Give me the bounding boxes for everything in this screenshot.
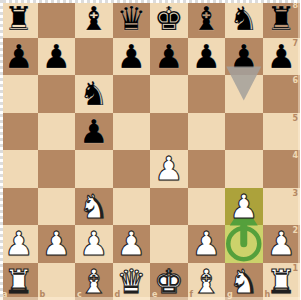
piece-white-pawn-f2[interactable]: ♟︎ (188, 225, 226, 263)
piece-white-bishop-f1[interactable]: ♝︎ (188, 263, 226, 300)
piece-black-pawn-c5[interactable]: ♟︎ (75, 113, 113, 151)
square-e3[interactable] (150, 188, 188, 226)
piece-black-knight-c6[interactable]: ♞︎ (75, 75, 113, 113)
square-h6[interactable]: 6 (263, 75, 301, 113)
square-h3[interactable]: 3 (263, 188, 301, 226)
square-e6[interactable] (150, 75, 188, 113)
piece-black-rook-a8[interactable]: ♜︎ (0, 0, 38, 38)
square-b1[interactable]: b (38, 263, 76, 300)
square-b4[interactable] (38, 150, 76, 188)
piece-black-pawn-a7[interactable]: ♟︎ (0, 38, 38, 76)
chess-app-stage: 8765432abcdefg1h ♜︎♝︎♛︎♚︎♝︎♞︎♜︎♟︎♟︎♟︎♟︎♟… (0, 0, 300, 300)
piece-white-queen-d1[interactable]: ♛︎ (113, 263, 151, 300)
square-f3[interactable] (188, 188, 226, 226)
piece-black-pawn-f7[interactable]: ♟︎ (188, 38, 226, 76)
square-g2[interactable] (225, 225, 263, 263)
square-a6[interactable] (0, 75, 38, 113)
piece-white-pawn-c2[interactable]: ♟︎ (75, 225, 113, 263)
rank-label-6: 6 (292, 77, 298, 85)
square-f6[interactable] (188, 75, 226, 113)
square-a5[interactable] (0, 113, 38, 151)
rank-label-4: 4 (292, 152, 298, 160)
square-g4[interactable] (225, 150, 263, 188)
square-e2[interactable] (150, 225, 188, 263)
piece-black-pawn-d7[interactable]: ♟︎ (113, 38, 151, 76)
square-d3[interactable] (113, 188, 151, 226)
rank-label-5: 5 (292, 115, 298, 123)
square-a3[interactable] (0, 188, 38, 226)
piece-white-pawn-e4[interactable]: ♟︎ (150, 150, 188, 188)
piece-white-bishop-c1[interactable]: ♝︎ (75, 263, 113, 300)
piece-black-knight-g8[interactable]: ♞︎ (225, 0, 263, 38)
square-g5[interactable] (225, 113, 263, 151)
square-d5[interactable] (113, 113, 151, 151)
piece-black-bishop-f8[interactable]: ♝︎ (188, 0, 226, 38)
square-b8[interactable] (38, 0, 76, 38)
piece-black-queen-d8[interactable]: ♛︎ (113, 0, 151, 38)
piece-white-pawn-a2[interactable]: ♟︎ (0, 225, 38, 263)
square-e5[interactable] (150, 113, 188, 151)
square-f4[interactable] (188, 150, 226, 188)
square-h5[interactable]: 5 (263, 113, 301, 151)
square-b3[interactable] (38, 188, 76, 226)
piece-white-rook-h1[interactable]: ♜︎ (263, 263, 301, 300)
piece-black-bishop-c8[interactable]: ♝︎ (75, 0, 113, 38)
square-d4[interactable] (113, 150, 151, 188)
rank-label-3: 3 (292, 190, 298, 198)
piece-white-pawn-h2[interactable]: ♟︎ (263, 225, 301, 263)
square-c4[interactable] (75, 150, 113, 188)
square-b5[interactable] (38, 113, 76, 151)
piece-black-pawn-e7[interactable]: ♟︎ (150, 38, 188, 76)
piece-black-king-e8[interactable]: ♚︎ (150, 0, 188, 38)
square-h4[interactable]: 4 (263, 150, 301, 188)
piece-white-pawn-g3[interactable]: ♟︎ (225, 188, 263, 226)
square-a4[interactable] (0, 150, 38, 188)
piece-black-pawn-b7[interactable]: ♟︎ (38, 38, 76, 76)
file-label-b: b (40, 291, 46, 299)
piece-black-pawn-h7[interactable]: ♟︎ (263, 38, 301, 76)
piece-black-pawn-g7[interactable]: ♟︎ (225, 38, 263, 76)
square-c7[interactable] (75, 38, 113, 76)
piece-white-rook-a1[interactable]: ♜︎ (0, 263, 38, 300)
square-d6[interactable] (113, 75, 151, 113)
square-f5[interactable] (188, 113, 226, 151)
piece-white-knight-g1[interactable]: ♞︎ (225, 263, 263, 300)
piece-white-knight-c3[interactable]: ♞︎ (75, 188, 113, 226)
piece-white-king-e1[interactable]: ♚︎ (150, 263, 188, 300)
piece-white-pawn-b2[interactable]: ♟︎ (38, 225, 76, 263)
piece-white-pawn-d2[interactable]: ♟︎ (113, 225, 151, 263)
square-g6[interactable] (225, 75, 263, 113)
square-b6[interactable] (38, 75, 76, 113)
piece-black-rook-h8[interactable]: ♜︎ (263, 0, 301, 38)
